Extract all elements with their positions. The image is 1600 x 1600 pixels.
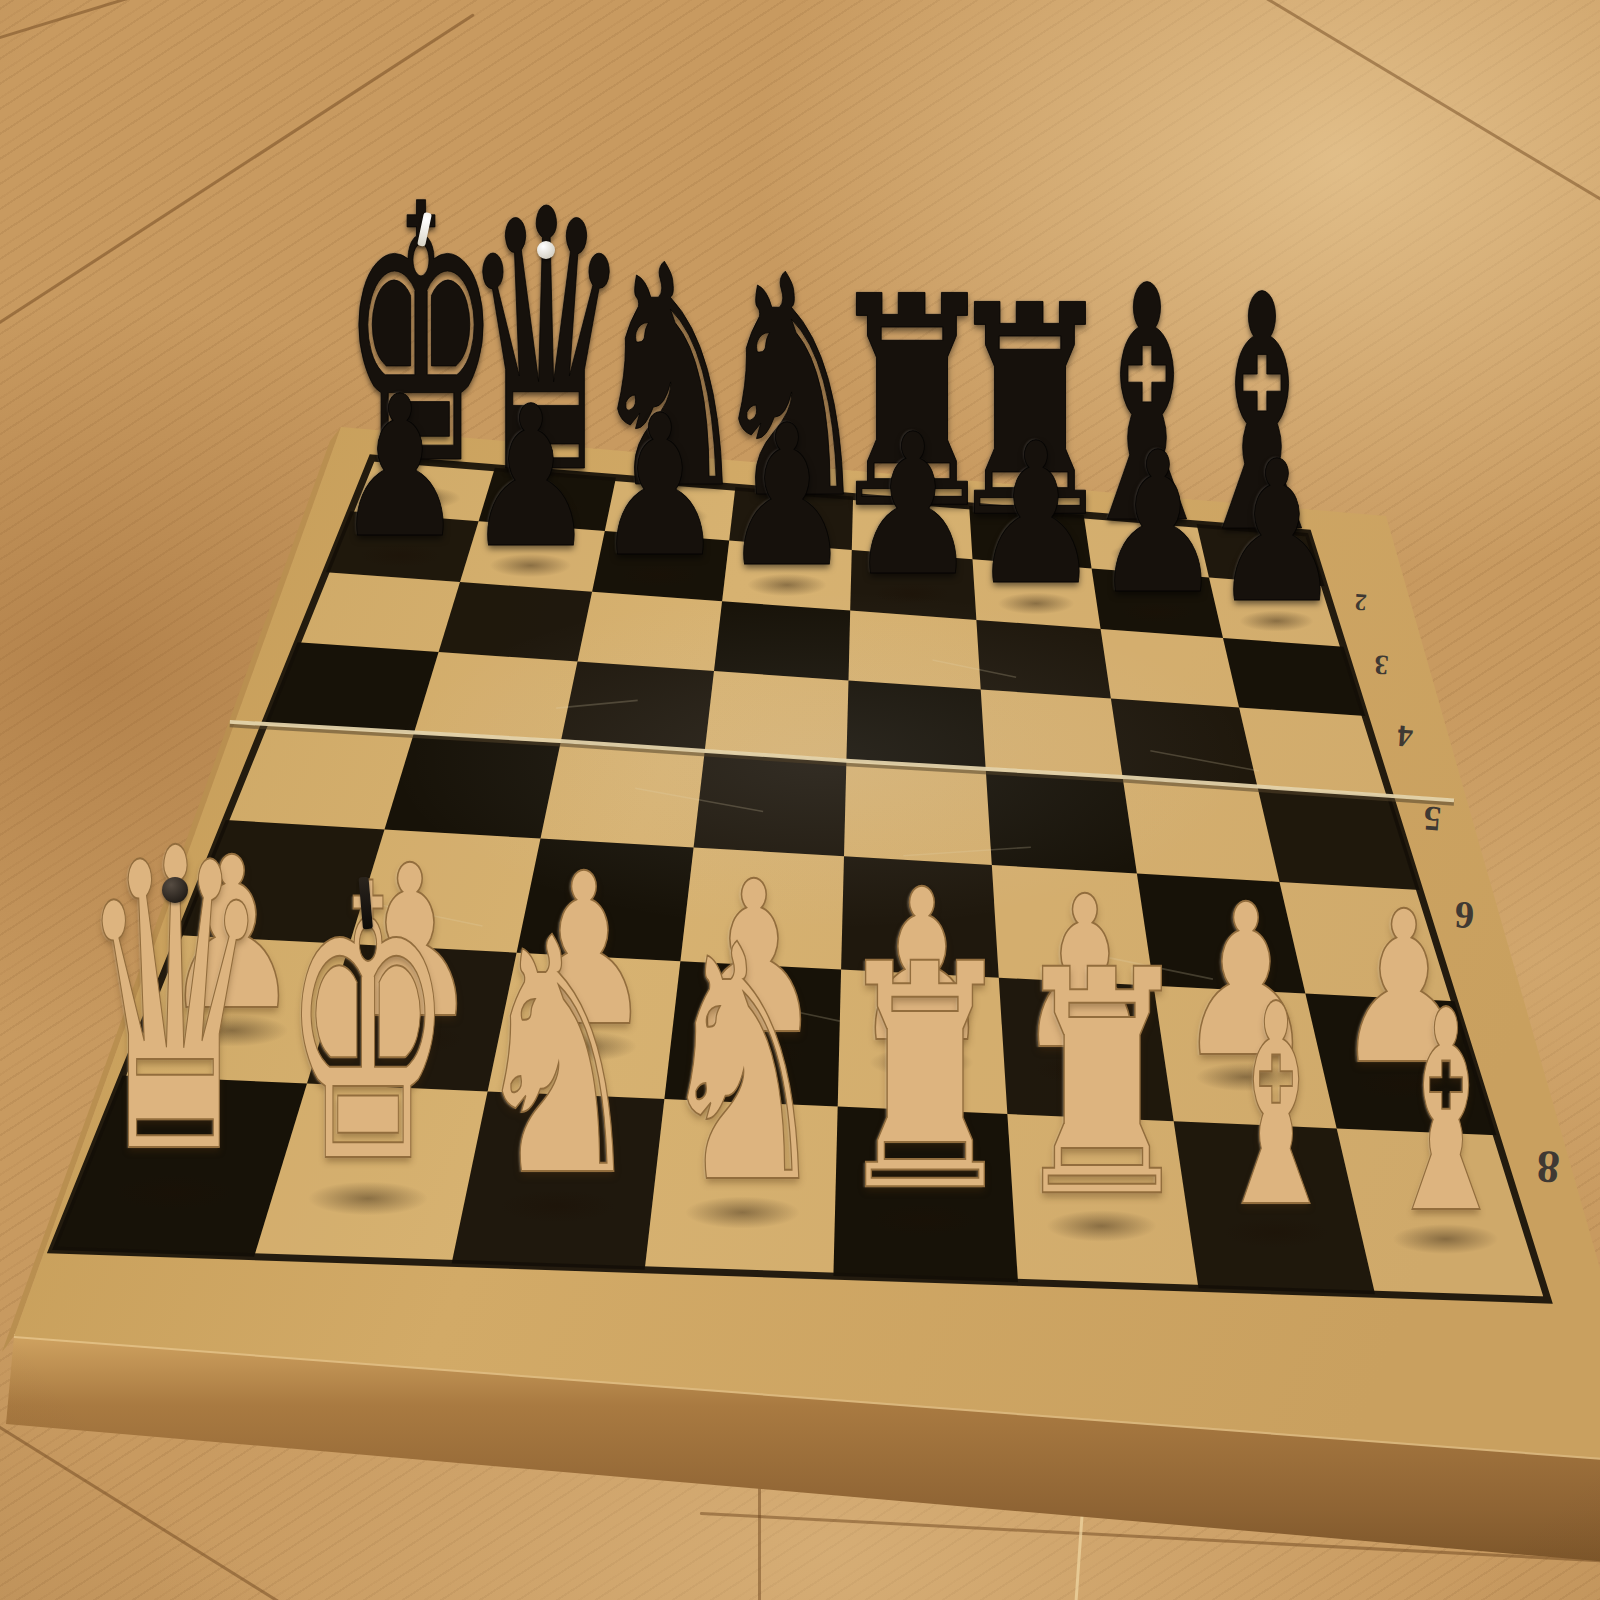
black-pawn-glyph: ♟: [971, 417, 1100, 612]
white-ball-finial: [537, 241, 555, 259]
photo-scene: 234568 ♚♛♞♞♜♜♝♝♟♟♟♟♟♟♟♟♟♟♟♟♟♟♟♟♛♚♞♞♜♜♝♝: [0, 0, 1600, 1600]
rank-label-8: 8: [1535, 1141, 1562, 1193]
black-pawn-glyph: ♟: [848, 408, 977, 603]
black-pawn-glyph: ♟: [595, 389, 724, 584]
black-pawn-glyph: ♟: [335, 370, 464, 565]
white-rook-glyph: ♜: [1008, 930, 1197, 1240]
rank-label-3: 3: [1373, 649, 1389, 681]
white-bishop-glyph: ♝: [1381, 974, 1511, 1252]
white-rook-glyph: ♜: [831, 924, 1020, 1234]
white-queen-glyph: ♛: [78, 796, 271, 1211]
white-knight-glyph: ♞: [656, 903, 831, 1228]
rank-label-2: 2: [1354, 589, 1368, 616]
white-knight-glyph: ♞: [471, 896, 646, 1221]
white-bishop-glyph: ♝: [1211, 968, 1341, 1246]
black-pawn-glyph: ♟: [722, 399, 851, 594]
black-pawn-glyph: ♟: [1093, 426, 1222, 621]
black-pawn-glyph: ♟: [466, 380, 595, 575]
black-pawn-glyph: ♟: [1212, 435, 1341, 630]
rank-label-5: 5: [1422, 799, 1442, 839]
rank-label-4: 4: [1396, 718, 1414, 754]
black-ball-finial: [162, 877, 188, 903]
